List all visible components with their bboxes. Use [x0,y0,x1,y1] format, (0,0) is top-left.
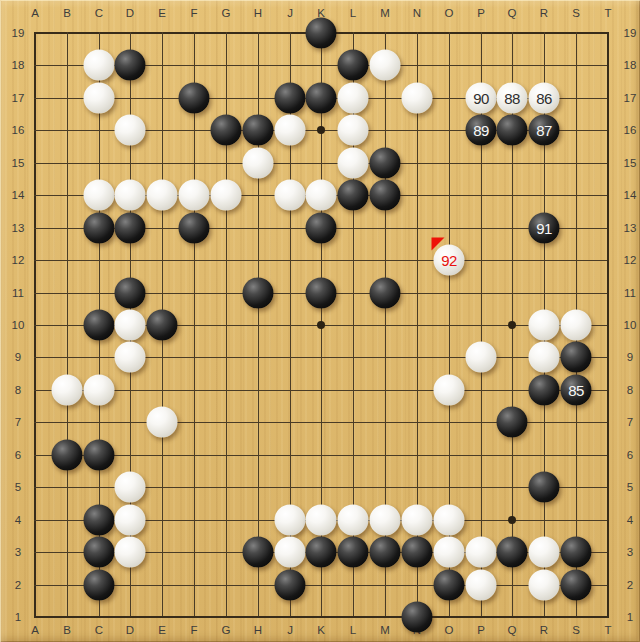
stone-black-N1[interactable] [402,602,433,633]
coordinate-label: K [317,624,325,636]
coordinate-label: M [380,7,390,19]
stone-black-R16[interactable]: 87 [529,115,560,146]
stone-white-P2[interactable] [466,570,497,601]
coordinate-label: 19 [12,27,25,39]
stone-black-C4[interactable] [84,505,115,536]
coordinate-label: H [254,624,262,636]
stone-number: 92 [441,253,457,268]
coordinate-label: 18 [12,59,25,71]
stone-black-S8[interactable]: 85 [561,375,592,406]
stone-black-B6[interactable] [52,440,83,471]
coordinate-label: 15 [12,157,25,169]
stone-black-S3[interactable] [561,537,592,568]
stone-white-M4[interactable] [370,505,401,536]
stone-black-K13[interactable] [306,213,337,244]
stone-black-L3[interactable] [338,537,369,568]
stone-white-J16[interactable] [275,115,306,146]
stone-white-O12[interactable]: 92 [434,245,465,276]
star-point [317,321,325,329]
coordinate-label: 17 [12,92,25,104]
stone-black-M11[interactable] [370,278,401,309]
stone-white-O4[interactable] [434,505,465,536]
stone-white-F14[interactable] [179,180,210,211]
grid-line [34,616,609,618]
coordinate-label: 12 [624,254,637,266]
stone-white-R2[interactable] [529,570,560,601]
coordinate-label: 2 [15,579,21,591]
coordinate-label: 3 [15,546,21,558]
coordinate-label: 17 [624,92,637,104]
stone-black-K11[interactable] [306,278,337,309]
coordinate-label: 2 [627,579,633,591]
coordinate-label: 6 [15,449,21,461]
stone-black-C13[interactable] [84,213,115,244]
stone-white-O3[interactable] [434,537,465,568]
coordinate-label: C [95,624,103,636]
stone-white-D16[interactable] [115,115,146,146]
coordinate-label: T [604,7,611,19]
grid-line [34,585,609,586]
stone-black-E10[interactable] [147,310,178,341]
coordinate-label: 8 [15,384,21,396]
coordinate-label: 19 [624,27,637,39]
coordinate-label: 11 [624,287,636,299]
coordinate-label: B [63,7,71,19]
coordinate-label: E [158,7,166,19]
stone-white-P17[interactable]: 90 [466,83,497,114]
stone-black-D13[interactable] [115,213,146,244]
stone-black-D11[interactable] [115,278,146,309]
stone-black-H11[interactable] [243,278,274,309]
board-frame: AABBCCDDEEFFGGHHJJKKLLMMNNOOPPQQRRSSTT19… [0,0,640,642]
stone-number: 91 [536,221,552,236]
stone-white-J14[interactable] [275,180,306,211]
coordinate-label: D [126,624,134,636]
last-move-marker-icon [432,238,445,251]
grid-line [34,390,609,391]
coordinate-label: 10 [624,319,637,331]
coordinate-label: 12 [12,254,25,266]
coordinate-label: M [380,624,390,636]
stone-number: 88 [504,91,520,106]
stone-white-B8[interactable] [52,375,83,406]
stone-white-L17[interactable] [338,83,369,114]
stone-black-K3[interactable] [306,537,337,568]
stone-white-P9[interactable] [466,342,497,373]
coordinate-label: 14 [624,189,637,201]
grid-line [34,455,609,456]
stone-white-H15[interactable] [243,148,274,179]
coordinate-label: F [190,624,197,636]
stone-black-J2[interactable] [275,570,306,601]
stone-black-D18[interactable] [115,50,146,81]
stone-black-C2[interactable] [84,570,115,601]
stone-black-C10[interactable] [84,310,115,341]
stone-black-C3[interactable] [84,537,115,568]
stone-black-R13[interactable]: 91 [529,213,560,244]
stone-black-G16[interactable] [211,115,242,146]
stone-white-D4[interactable] [115,505,146,536]
coordinate-label: 1 [15,611,21,623]
stone-black-K17[interactable] [306,83,337,114]
coordinate-label: 1 [627,611,633,623]
coordinate-label: 4 [15,514,21,526]
coordinate-label: L [350,624,356,636]
stone-black-F17[interactable] [179,83,210,114]
stone-white-S10[interactable] [561,310,592,341]
stone-white-C17[interactable] [84,83,115,114]
stone-number: 87 [536,123,552,138]
stone-white-K4[interactable] [306,505,337,536]
stone-white-N17[interactable] [402,83,433,114]
coordinate-label: G [222,624,231,636]
stone-white-L15[interactable] [338,148,369,179]
stone-white-O8[interactable] [434,375,465,406]
coordinate-label: G [222,7,231,19]
stone-white-G14[interactable] [211,180,242,211]
stone-white-E7[interactable] [147,407,178,438]
stone-white-R9[interactable] [529,342,560,373]
coordinate-label: 16 [624,124,637,136]
stone-white-N4[interactable] [402,505,433,536]
stone-number: 90 [473,91,489,106]
coordinate-label: J [287,624,293,636]
coordinate-label: 10 [12,319,25,331]
stone-white-C18[interactable] [84,50,115,81]
star-point [317,126,325,134]
coordinate-label: 8 [627,384,633,396]
stone-black-L18[interactable] [338,50,369,81]
coordinate-label: 5 [627,481,633,493]
stone-black-O2[interactable] [434,570,465,601]
stone-white-C8[interactable] [84,375,115,406]
coordinate-label: 16 [12,124,25,136]
stone-black-K19[interactable] [306,18,337,49]
go-board[interactable]: AABBCCDDEEFFGGHHJJKKLLMMNNOOPPQQRRSSTT19… [0,0,640,642]
coordinate-label: R [540,7,548,19]
stone-white-R3[interactable] [529,537,560,568]
coordinate-label: Q [508,624,517,636]
coordinate-label: P [477,624,485,636]
coordinate-label: C [95,7,103,19]
coordinate-label: T [604,624,611,636]
coordinate-label: 18 [624,59,637,71]
coordinate-label: 11 [12,287,24,299]
stone-white-D10[interactable] [115,310,146,341]
stone-white-C14[interactable] [84,180,115,211]
stone-white-D3[interactable] [115,537,146,568]
coordinate-label: 7 [15,416,21,428]
stone-white-D5[interactable] [115,472,146,503]
coordinate-label: L [350,7,356,19]
stone-white-L4[interactable] [338,505,369,536]
stone-black-R5[interactable] [529,472,560,503]
coordinate-label: 3 [627,546,633,558]
coordinate-label: Q [508,7,517,19]
stone-black-Q16[interactable] [497,115,528,146]
stone-white-J3[interactable] [275,537,306,568]
stone-white-J4[interactable] [275,505,306,536]
stone-black-M15[interactable] [370,148,401,179]
coordinate-label: 7 [627,416,633,428]
star-point [508,321,516,329]
coordinate-label: 15 [624,157,637,169]
stone-white-L16[interactable] [338,115,369,146]
coordinate-label: A [31,624,39,636]
stone-black-N3[interactable] [402,537,433,568]
stone-white-Q17[interactable]: 88 [497,83,528,114]
stone-white-E14[interactable] [147,180,178,211]
stone-black-Q3[interactable] [497,537,528,568]
stone-black-H3[interactable] [243,537,274,568]
coordinate-label: S [572,7,580,19]
stone-number: 89 [473,123,489,138]
coordinate-label: 9 [627,351,633,363]
coordinate-label: A [31,7,39,19]
stone-white-D9[interactable] [115,342,146,373]
stone-black-L14[interactable] [338,180,369,211]
coordinate-label: 6 [627,449,633,461]
coordinate-label: R [540,624,548,636]
coordinate-label: 4 [627,514,633,526]
coordinate-label: E [158,624,166,636]
stone-white-M18[interactable] [370,50,401,81]
stone-black-R8[interactable] [529,375,560,406]
coordinate-label: D [126,7,134,19]
stone-black-H16[interactable] [243,115,274,146]
grid-line [607,32,609,618]
coordinate-label: 9 [15,351,21,363]
coordinate-label: H [254,7,262,19]
stone-black-F13[interactable] [179,213,210,244]
stone-black-S9[interactable] [561,342,592,373]
coordinate-label: P [477,7,485,19]
stone-black-S2[interactable] [561,570,592,601]
coordinate-label: S [572,624,580,636]
stone-white-R10[interactable] [529,310,560,341]
star-point [508,516,516,524]
coordinate-label: N [413,7,421,19]
stone-white-D14[interactable] [115,180,146,211]
stone-white-P3[interactable] [466,537,497,568]
coordinate-label: 13 [624,222,637,234]
stone-white-K14[interactable] [306,180,337,211]
stone-black-M14[interactable] [370,180,401,211]
stone-white-R17[interactable]: 86 [529,83,560,114]
stone-number: 85 [568,383,584,398]
coordinate-label: 5 [15,481,21,493]
stone-black-M3[interactable] [370,537,401,568]
coordinate-label: 14 [12,189,25,201]
coordinate-label: 13 [12,222,25,234]
coordinate-label: O [445,624,454,636]
stone-black-P16[interactable]: 89 [466,115,497,146]
stone-black-C6[interactable] [84,440,115,471]
coordinate-label: B [63,624,71,636]
stone-black-J17[interactable] [275,83,306,114]
stone-black-Q7[interactable] [497,407,528,438]
coordinate-label: F [190,7,197,19]
stone-number: 86 [536,91,552,106]
coordinate-label: O [445,7,454,19]
coordinate-label: J [287,7,293,19]
